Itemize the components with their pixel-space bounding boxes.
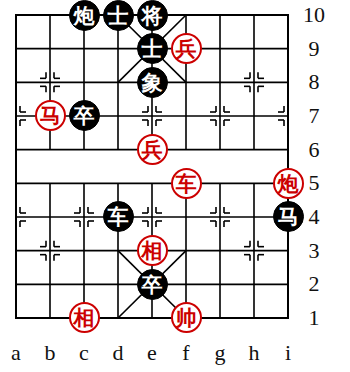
board-point-f7 — [169, 99, 203, 133]
board-points-grid: 炮士将士兵象马卒兵车炮车马相卒相帅 — [0, 0, 305, 335]
board-point-c7: 卒 — [67, 99, 101, 133]
board-point-e8: 象 — [135, 65, 169, 99]
board-point-c5 — [67, 166, 101, 200]
board-point-f8 — [169, 65, 203, 99]
board-point-c4 — [67, 200, 101, 234]
board-point-g9 — [203, 32, 237, 66]
board-point-h7 — [237, 99, 271, 133]
board-point-d10: 士 — [101, 0, 135, 32]
board-point-a10 — [0, 0, 33, 32]
board-point-g5 — [203, 166, 237, 200]
board-point-b2 — [33, 267, 67, 301]
rank-label-4: 4 — [299, 205, 329, 229]
black-general-e10[interactable]: 将 — [137, 0, 168, 31]
board-point-g2 — [203, 267, 237, 301]
red-chariot-f5[interactable]: 车 — [171, 168, 202, 199]
board-point-d9 — [101, 32, 135, 66]
board-point-g8 — [203, 65, 237, 99]
board-point-g10 — [203, 0, 237, 32]
file-label-c: c — [72, 341, 96, 365]
board-point-e9: 士 — [135, 32, 169, 66]
board-point-g7 — [203, 99, 237, 133]
board-point-f2 — [169, 267, 203, 301]
board-point-g3 — [203, 234, 237, 268]
board-point-a1 — [0, 301, 33, 335]
board-point-b3 — [33, 234, 67, 268]
board-point-b9 — [33, 32, 67, 66]
rank-label-8: 8 — [299, 70, 329, 94]
file-label-h: h — [242, 341, 266, 365]
board-point-b5 — [33, 166, 67, 200]
board-point-e1 — [135, 301, 169, 335]
board-point-c8 — [67, 65, 101, 99]
board-point-b8 — [33, 65, 67, 99]
board-point-c6 — [67, 133, 101, 167]
black-soldier-e2[interactable]: 卒 — [137, 269, 168, 300]
board-point-a2 — [0, 267, 33, 301]
file-label-e: e — [140, 341, 164, 365]
board-point-e4 — [135, 200, 169, 234]
board-point-d4: 车 — [101, 200, 135, 234]
board-point-a8 — [0, 65, 33, 99]
rank-label-5: 5 — [299, 171, 329, 195]
board-point-a6 — [0, 133, 33, 167]
black-soldier-c7[interactable]: 卒 — [69, 100, 100, 131]
board-point-d7 — [101, 99, 135, 133]
board-point-g1 — [203, 301, 237, 335]
board-point-e5 — [135, 166, 169, 200]
board-point-e2: 卒 — [135, 267, 169, 301]
board-point-d8 — [101, 65, 135, 99]
board-point-e10: 将 — [135, 0, 169, 32]
file-label-i: i — [276, 341, 300, 365]
board-point-a4 — [0, 200, 33, 234]
board-point-d5 — [101, 166, 135, 200]
board-point-f3 — [169, 234, 203, 268]
red-horse-b7[interactable]: 马 — [35, 100, 66, 131]
rank-label-2: 2 — [299, 272, 329, 296]
board-point-c1: 相 — [67, 301, 101, 335]
red-elephant-c1[interactable]: 相 — [69, 302, 100, 333]
board-point-h1 — [237, 301, 271, 335]
board-point-e6: 兵 — [135, 133, 169, 167]
xiangqi-board: 炮士将士兵象马卒兵车炮车马相卒相帅 10987654321 abcdefghi — [0, 0, 350, 372]
board-point-h4 — [237, 200, 271, 234]
rank-label-3: 3 — [299, 239, 329, 263]
board-point-b1 — [33, 301, 67, 335]
board-point-b6 — [33, 133, 67, 167]
red-elephant-e3[interactable]: 相 — [137, 235, 168, 266]
board-point-f10 — [169, 0, 203, 32]
black-advisor-d10[interactable]: 士 — [103, 0, 134, 31]
board-point-d2 — [101, 267, 135, 301]
board-point-g4 — [203, 200, 237, 234]
board-point-h2 — [237, 267, 271, 301]
board-point-d1 — [101, 301, 135, 335]
black-chariot-d4[interactable]: 车 — [103, 201, 134, 232]
file-label-f: f — [174, 341, 198, 365]
board-point-e7 — [135, 99, 169, 133]
board-point-a9 — [0, 32, 33, 66]
board-point-c3 — [67, 234, 101, 268]
board-point-f4 — [169, 200, 203, 234]
board-point-h9 — [237, 32, 271, 66]
board-point-f6 — [169, 133, 203, 167]
board-point-a3 — [0, 234, 33, 268]
file-label-d: d — [106, 341, 130, 365]
file-label-b: b — [38, 341, 62, 365]
board-point-f9: 兵 — [169, 32, 203, 66]
red-general-f1[interactable]: 帅 — [171, 302, 202, 333]
board-point-h10 — [237, 0, 271, 32]
board-point-h8 — [237, 65, 271, 99]
rank-label-10: 10 — [299, 3, 329, 27]
rank-label-6: 6 — [299, 138, 329, 162]
black-advisor-e9[interactable]: 士 — [137, 33, 168, 64]
board-point-c2 — [67, 267, 101, 301]
board-point-f5: 车 — [169, 166, 203, 200]
board-point-h3 — [237, 234, 271, 268]
board-point-a7 — [0, 99, 33, 133]
board-point-c10: 炮 — [67, 0, 101, 32]
board-point-e3: 相 — [135, 234, 169, 268]
board-point-a5 — [0, 166, 33, 200]
board-point-b4 — [33, 200, 67, 234]
black-cannon-c10[interactable]: 炮 — [69, 0, 100, 31]
board-point-b7: 马 — [33, 99, 67, 133]
board-point-g6 — [203, 133, 237, 167]
rank-label-9: 9 — [299, 37, 329, 61]
board-point-c9 — [67, 32, 101, 66]
file-label-g: g — [208, 341, 232, 365]
red-soldier-e6[interactable]: 兵 — [137, 134, 168, 165]
rank-label-7: 7 — [299, 104, 329, 128]
board-point-h6 — [237, 133, 271, 167]
board-point-d3 — [101, 234, 135, 268]
board-point-f1: 帅 — [169, 301, 203, 335]
file-label-a: a — [4, 341, 28, 365]
board-point-d6 — [101, 133, 135, 167]
rank-label-1: 1 — [299, 306, 329, 330]
black-elephant-e8[interactable]: 象 — [137, 67, 168, 98]
red-soldier-f9[interactable]: 兵 — [171, 33, 202, 64]
board-point-b10 — [33, 0, 67, 32]
board-point-h5 — [237, 166, 271, 200]
